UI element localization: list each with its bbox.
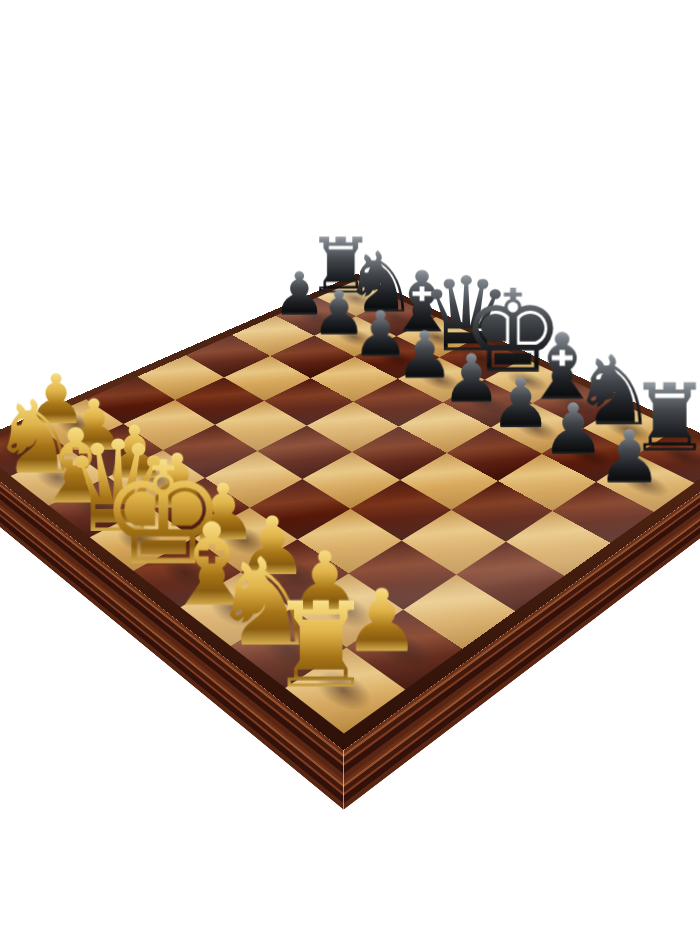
chess-set-photo: ♜♞♝♛♚♝♞♜♟♟♟♟♟♟♟♟♟♟♟♟♟♟♟♟♜♞♝♛♚♝♞♜	[0, 0, 700, 933]
piece-black-pawn-h7: ♟	[545, 420, 700, 493]
board-grid: ♜♞♝♛♚♝♞♜♟♟♟♟♟♟♟♟♟♟♟♟♟♟♟♟♜♞♝♛♚♝♞♜	[0, 280, 700, 733]
chess-board: ♜♞♝♛♚♝♞♜♟♟♟♟♟♟♟♟♟♟♟♟♟♟♟♟♜♞♝♛♚♝♞♜	[0, 274, 700, 750]
board-scene: ♜♞♝♛♚♝♞♜♟♟♟♟♟♟♟♟♟♟♟♟♟♟♟♟♜♞♝♛♚♝♞♜	[0, 0, 700, 933]
square-h5	[506, 511, 611, 576]
piece-white-rook-h1: ♜	[218, 587, 424, 705]
square-h7: ♟	[596, 455, 694, 512]
